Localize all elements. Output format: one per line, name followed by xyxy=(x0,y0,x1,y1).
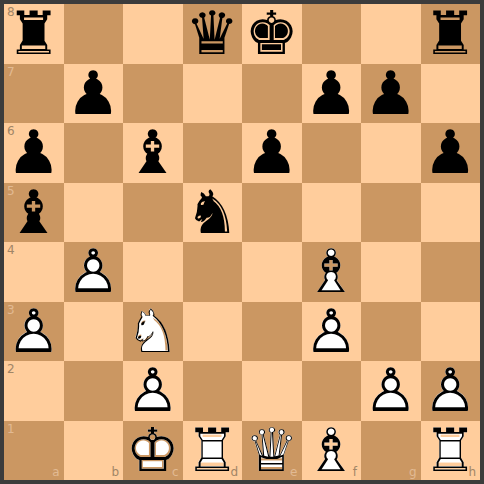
square-h2[interactable]: ♟♙ xyxy=(421,361,481,421)
square-f4[interactable]: ♝♗ xyxy=(302,242,362,302)
piece-glyph-solid: ♟ xyxy=(302,64,362,124)
white-pawn-icon[interactable]: ♟♙ xyxy=(302,302,362,362)
square-e2[interactable] xyxy=(242,361,302,421)
coord-rank-4: 4 xyxy=(7,244,15,256)
piece-glyph-fill: ♟ xyxy=(123,361,183,421)
square-h1[interactable]: h♜♖ xyxy=(421,421,481,481)
square-c4[interactable] xyxy=(123,242,183,302)
piece-glyph-fill: ♝ xyxy=(302,242,362,302)
piece-glyph-fill: ♛ xyxy=(242,421,302,481)
square-f5[interactable] xyxy=(302,183,362,243)
square-a6[interactable]: 6♟ xyxy=(4,123,64,183)
square-g7[interactable]: ♟ xyxy=(361,64,421,124)
piece-glyph-solid: ♟ xyxy=(242,123,302,183)
piece-glyph-fill: ♜ xyxy=(183,421,243,481)
black-rook-icon[interactable]: ♜ xyxy=(4,4,64,64)
square-d2[interactable] xyxy=(183,361,243,421)
coord-file-b: b xyxy=(111,466,119,478)
square-h3[interactable] xyxy=(421,302,481,362)
piece-glyph-outline: ♗ xyxy=(302,421,362,481)
piece-glyph-solid: ♛ xyxy=(183,4,243,64)
white-bishop-icon[interactable]: ♝♗ xyxy=(302,421,362,481)
square-a8[interactable]: 8♜ xyxy=(4,4,64,64)
piece-glyph-outline: ♘ xyxy=(123,302,183,362)
square-c8[interactable] xyxy=(123,4,183,64)
white-bishop-icon[interactable]: ♝♗ xyxy=(302,242,362,302)
square-d4[interactable] xyxy=(183,242,243,302)
piece-glyph-solid: ♟ xyxy=(64,64,124,124)
black-rook-icon[interactable]: ♜ xyxy=(421,4,481,64)
black-knight-icon[interactable]: ♞ xyxy=(183,183,243,243)
square-c3[interactable]: ♞♘ xyxy=(123,302,183,362)
square-g1[interactable]: g xyxy=(361,421,421,481)
square-c1[interactable]: c♚♔ xyxy=(123,421,183,481)
square-h6[interactable]: ♟ xyxy=(421,123,481,183)
piece-glyph-solid: ♜ xyxy=(421,4,481,64)
square-c5[interactable] xyxy=(123,183,183,243)
piece-glyph-solid: ♚ xyxy=(242,4,302,64)
piece-glyph-fill: ♟ xyxy=(421,361,481,421)
white-pawn-icon[interactable]: ♟♙ xyxy=(421,361,481,421)
square-e5[interactable] xyxy=(242,183,302,243)
coord-rank-1: 1 xyxy=(7,423,15,435)
square-b2[interactable] xyxy=(64,361,124,421)
square-a4[interactable]: 4 xyxy=(4,242,64,302)
white-pawn-icon[interactable]: ♟♙ xyxy=(64,242,124,302)
chess-board: 8♜♛♚♜7♟♟♟6♟♝♟♟5♝♞4♟♙♝♗3♟♙♞♘♟♙2♟♙♟♙♟♙1abc… xyxy=(4,4,480,480)
square-h7[interactable] xyxy=(421,64,481,124)
white-queen-icon[interactable]: ♛♕ xyxy=(242,421,302,481)
piece-glyph-solid: ♟ xyxy=(421,123,481,183)
square-h4[interactable] xyxy=(421,242,481,302)
piece-glyph-fill: ♜ xyxy=(421,421,481,481)
square-f6[interactable] xyxy=(302,123,362,183)
square-f3[interactable]: ♟♙ xyxy=(302,302,362,362)
square-b5[interactable] xyxy=(64,183,124,243)
piece-glyph-solid: ♝ xyxy=(4,183,64,243)
black-bishop-icon[interactable]: ♝ xyxy=(4,183,64,243)
square-g3[interactable] xyxy=(361,302,421,362)
black-bishop-icon[interactable]: ♝ xyxy=(123,123,183,183)
square-g4[interactable] xyxy=(361,242,421,302)
square-f2[interactable] xyxy=(302,361,362,421)
square-g8[interactable] xyxy=(361,4,421,64)
square-e3[interactable] xyxy=(242,302,302,362)
square-b3[interactable] xyxy=(64,302,124,362)
white-rook-icon[interactable]: ♜♖ xyxy=(421,421,481,481)
piece-glyph-outline: ♙ xyxy=(4,302,64,362)
black-pawn-icon[interactable]: ♟ xyxy=(64,64,124,124)
white-rook-icon[interactable]: ♜♖ xyxy=(183,421,243,481)
square-h5[interactable] xyxy=(421,183,481,243)
square-a1[interactable]: 1a xyxy=(4,421,64,481)
piece-glyph-outline: ♙ xyxy=(421,361,481,421)
piece-glyph-outline: ♙ xyxy=(64,242,124,302)
black-queen-icon[interactable]: ♛ xyxy=(183,4,243,64)
piece-glyph-fill: ♟ xyxy=(302,302,362,362)
square-e4[interactable] xyxy=(242,242,302,302)
square-d7[interactable] xyxy=(183,64,243,124)
piece-glyph-fill: ♟ xyxy=(64,242,124,302)
piece-glyph-outline: ♕ xyxy=(242,421,302,481)
white-king-icon[interactable]: ♚♔ xyxy=(123,421,183,481)
black-pawn-icon[interactable]: ♟ xyxy=(421,123,481,183)
coord-rank-2: 2 xyxy=(7,363,15,375)
square-e6[interactable]: ♟ xyxy=(242,123,302,183)
square-b1[interactable]: b xyxy=(64,421,124,481)
piece-glyph-fill: ♞ xyxy=(123,302,183,362)
piece-glyph-fill: ♚ xyxy=(123,421,183,481)
black-pawn-icon[interactable]: ♟ xyxy=(242,123,302,183)
square-f7[interactable]: ♟ xyxy=(302,64,362,124)
coord-file-g: g xyxy=(409,466,417,478)
square-e1[interactable]: e♛♕ xyxy=(242,421,302,481)
square-a7[interactable]: 7 xyxy=(4,64,64,124)
square-f8[interactable] xyxy=(302,4,362,64)
square-b6[interactable] xyxy=(64,123,124,183)
piece-glyph-outline: ♙ xyxy=(302,302,362,362)
square-e7[interactable] xyxy=(242,64,302,124)
piece-glyph-solid: ♟ xyxy=(361,64,421,124)
square-h8[interactable]: ♜ xyxy=(421,4,481,64)
square-d8[interactable]: ♛ xyxy=(183,4,243,64)
square-d1[interactable]: d♜♖ xyxy=(183,421,243,481)
piece-glyph-solid: ♝ xyxy=(123,123,183,183)
square-a5[interactable]: 5♝ xyxy=(4,183,64,243)
coord-file-a: a xyxy=(52,466,59,478)
square-f1[interactable]: f♝♗ xyxy=(302,421,362,481)
coord-rank-7: 7 xyxy=(7,66,15,78)
square-b8[interactable] xyxy=(64,4,124,64)
square-g2[interactable]: ♟♙ xyxy=(361,361,421,421)
square-g5[interactable] xyxy=(361,183,421,243)
black-pawn-icon[interactable]: ♟ xyxy=(361,64,421,124)
board-frame: 8♜♛♚♜7♟♟♟6♟♝♟♟5♝♞4♟♙♝♗3♟♙♞♘♟♙2♟♙♟♙♟♙1abc… xyxy=(0,0,484,484)
piece-glyph-fill: ♝ xyxy=(302,421,362,481)
black-pawn-icon[interactable]: ♟ xyxy=(302,64,362,124)
white-knight-icon[interactable]: ♞♘ xyxy=(123,302,183,362)
square-c7[interactable] xyxy=(123,64,183,124)
square-g6[interactable] xyxy=(361,123,421,183)
black-king-icon[interactable]: ♚ xyxy=(242,4,302,64)
piece-glyph-outline: ♗ xyxy=(302,242,362,302)
white-pawn-icon[interactable]: ♟♙ xyxy=(123,361,183,421)
piece-glyph-solid: ♞ xyxy=(183,183,243,243)
piece-glyph-fill: ♟ xyxy=(361,361,421,421)
square-c2[interactable]: ♟♙ xyxy=(123,361,183,421)
square-b7[interactable]: ♟ xyxy=(64,64,124,124)
square-d3[interactable] xyxy=(183,302,243,362)
white-pawn-icon[interactable]: ♟♙ xyxy=(361,361,421,421)
square-a3[interactable]: 3♟♙ xyxy=(4,302,64,362)
square-c6[interactable]: ♝ xyxy=(123,123,183,183)
piece-glyph-outline: ♖ xyxy=(183,421,243,481)
black-pawn-icon[interactable]: ♟ xyxy=(4,123,64,183)
square-d6[interactable] xyxy=(183,123,243,183)
piece-glyph-solid: ♟ xyxy=(4,123,64,183)
square-e8[interactable]: ♚ xyxy=(242,4,302,64)
square-a2[interactable]: 2 xyxy=(4,361,64,421)
piece-glyph-outline: ♙ xyxy=(123,361,183,421)
piece-glyph-fill: ♟ xyxy=(4,302,64,362)
square-d5[interactable]: ♞ xyxy=(183,183,243,243)
square-b4[interactable]: ♟♙ xyxy=(64,242,124,302)
piece-glyph-outline: ♙ xyxy=(361,361,421,421)
piece-glyph-outline: ♖ xyxy=(421,421,481,481)
white-pawn-icon[interactable]: ♟♙ xyxy=(4,302,64,362)
piece-glyph-outline: ♔ xyxy=(123,421,183,481)
piece-glyph-solid: ♜ xyxy=(4,4,64,64)
